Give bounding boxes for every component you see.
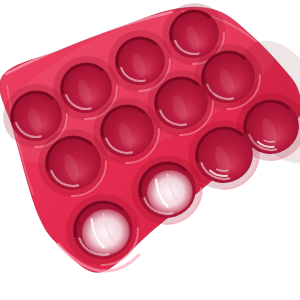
- product-photo: [0, 0, 300, 300]
- pan-svg: [0, 0, 300, 300]
